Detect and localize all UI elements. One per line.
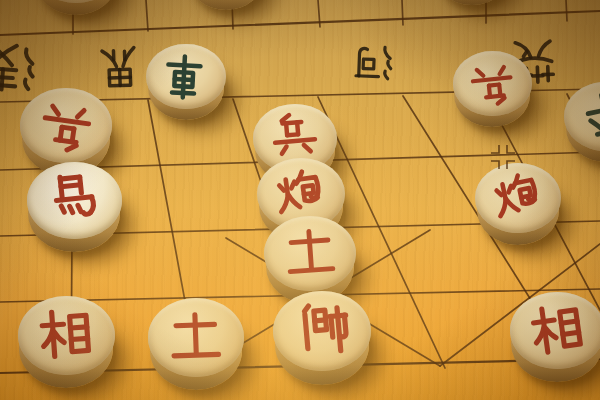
piece-character-red-advisor xyxy=(278,222,343,284)
piece-character-red-general xyxy=(287,297,357,364)
piece-partial-top xyxy=(33,0,119,15)
piece-character-red-soldier xyxy=(463,56,520,111)
piece-character-black-chariot xyxy=(158,49,213,102)
piece-character-red-elephant xyxy=(32,302,100,367)
piece-red-elephant[interactable] xyxy=(510,292,600,382)
piece-side xyxy=(188,0,265,10)
piece-red-general[interactable] xyxy=(273,291,371,384)
piece-character-red-horse xyxy=(40,167,109,233)
piece-red-elephant[interactable] xyxy=(18,296,115,388)
piece-partial-top xyxy=(435,0,509,5)
piece-partial-top xyxy=(186,0,266,10)
piece-black-soldier[interactable] xyxy=(564,82,600,162)
piece-red-advisor[interactable] xyxy=(148,298,244,389)
piece-character-red-soldier xyxy=(32,92,100,158)
piece-red-cannon[interactable] xyxy=(475,163,561,245)
piece-red-horse[interactable] xyxy=(27,162,122,252)
xiangqi-board-photo xyxy=(0,0,600,400)
piece-black-chariot[interactable] xyxy=(146,44,226,120)
piece-character-red-cannon xyxy=(268,162,333,225)
piece-red-soldier[interactable] xyxy=(453,51,532,126)
piece-character-red-advisor xyxy=(163,306,228,368)
piece-side xyxy=(436,0,507,5)
piece-character-red-elephant xyxy=(522,296,592,364)
